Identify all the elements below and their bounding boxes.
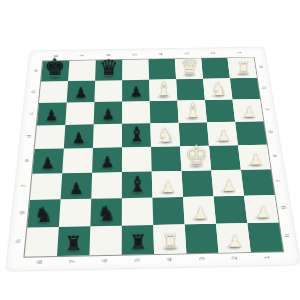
square-d4: ♞ [150, 123, 180, 147]
square-h2: ♟ [216, 223, 251, 253]
square-h7: ♜ [57, 226, 90, 256]
piece-black-rook-h7: ♜ [64, 231, 82, 255]
square-e4 [151, 146, 181, 171]
square-h8 [25, 227, 59, 257]
file-label-b-left: b [19, 87, 47, 97]
square-g1: ♟ [244, 195, 279, 223]
square-e2 [209, 145, 241, 170]
square-f3 [181, 170, 213, 197]
piece-white-knight-d4: ♞ [157, 124, 174, 146]
square-f1 [241, 169, 275, 196]
square-e5 [122, 147, 152, 172]
square-g8: ♞ [27, 199, 60, 227]
piece-white-pawn-f2: ♟ [221, 176, 235, 195]
square-g5 [122, 198, 153, 226]
piece-white-bishop-b4: ♝ [155, 77, 172, 100]
square-e6: ♟ [92, 147, 122, 172]
piece-white-pawn-f4: ♟ [160, 177, 175, 196]
square-g7 [59, 199, 91, 227]
piece-black-rook-h5: ♜ [128, 230, 146, 254]
rank-label-7-top: 7 [75, 46, 88, 66]
square-c5 [122, 101, 150, 124]
square-b6 [94, 80, 122, 102]
square-d6 [93, 124, 122, 148]
file-label-c-left: c [16, 108, 45, 119]
square-g3: ♟ [183, 196, 216, 224]
file-label-a-right: a [246, 62, 274, 72]
square-b2: ♞ [203, 78, 232, 100]
square-b4: ♝ [149, 79, 177, 101]
rank-label-2-top: 2 [206, 43, 220, 63]
square-d7: ♟ [64, 124, 94, 148]
piece-black-pawn-f7: ♟ [69, 179, 84, 198]
square-h1 [247, 222, 283, 252]
square-d2: ♟ [207, 122, 238, 146]
square-g4 [152, 197, 184, 225]
product-photo: 87654321 87654321 abcdefgh abcdefgh ♚♛♛♜… [0, 0, 300, 300]
piece-white-pawn-g1: ♟ [255, 202, 270, 222]
square-e3: ♚ [180, 146, 211, 171]
square-f2: ♟ [211, 170, 244, 197]
square-d5: ♝ [122, 123, 151, 147]
square-f4: ♟ [152, 171, 183, 198]
piece-white-rook-h4: ♜ [161, 229, 179, 253]
square-e8: ♟ [32, 148, 63, 173]
rank-label-5-top: 5 [128, 45, 140, 65]
piece-white-knight-b2: ♞ [210, 78, 227, 99]
piece-black-bishop-f5: ♝ [127, 171, 146, 197]
piece-white-pawn-g3: ♟ [193, 203, 208, 223]
square-g2 [214, 196, 248, 224]
file-label-a-left: a [21, 66, 49, 76]
rank-label-4-top: 4 [154, 44, 167, 64]
playing-area: ♚♛♛♜♟♟♝♞♟♟♝♟♟♝♞♟♟♟♚♟♟♝♟♟♞♞♟♟♜♜♜♟ [23, 57, 284, 258]
square-b5: ♟ [122, 80, 150, 102]
piece-black-bishop-d5: ♝ [127, 122, 145, 146]
square-e1: ♟ [238, 145, 271, 170]
square-g6: ♞ [90, 198, 122, 226]
square-h6 [89, 226, 121, 256]
piece-black-knight-g6: ♞ [96, 201, 115, 225]
square-h3 [185, 224, 219, 254]
piece-black-pawn-c6: ♟ [101, 106, 114, 124]
piece-white-bishop-c3: ♝ [184, 98, 202, 122]
square-c3: ♝ [177, 100, 207, 123]
square-h4: ♜ [153, 224, 186, 254]
piece-black-pawn-e6: ♟ [100, 153, 114, 172]
file-label-d-left: d [13, 131, 43, 142]
square-c7 [65, 102, 94, 125]
square-c2 [205, 99, 235, 122]
rank-label-6-top: 6 [102, 45, 114, 65]
piece-white-pawn-e1: ♟ [248, 150, 262, 169]
square-f8 [30, 173, 62, 200]
rank-label-1-top: 1 [232, 43, 246, 63]
piece-white-pawn-h2: ♟ [227, 231, 242, 251]
piece-black-pawn-b5: ♟ [129, 83, 142, 100]
square-c6: ♟ [94, 101, 122, 124]
piece-white-king-e3: ♚ [184, 140, 208, 170]
square-h5: ♜ [122, 225, 154, 255]
square-f5: ♝ [122, 172, 153, 199]
square-b7: ♟ [67, 81, 95, 103]
file-label-d-right: d [255, 126, 285, 137]
piece-black-pawn-c8: ♟ [44, 107, 57, 125]
file-label-b-right: b [249, 83, 278, 93]
piece-black-knight-g8: ♞ [33, 202, 52, 226]
piece-black-pawn-d7: ♟ [71, 129, 85, 147]
rank-label-8-top: 8 [49, 46, 62, 66]
file-label-c-right: c [252, 104, 281, 114]
chess-board: 87654321 87654321 abcdefgh abcdefgh ♚♛♛♜… [6, 47, 299, 270]
vinyl-mat: 87654321 87654321 abcdefgh abcdefgh ♚♛♛♜… [6, 47, 299, 270]
piece-black-pawn-b7: ♟ [74, 84, 87, 101]
square-e7 [62, 148, 93, 173]
square-f6 [91, 172, 122, 199]
piece-white-pawn-d2: ♟ [216, 127, 230, 145]
square-c4 [150, 100, 179, 123]
piece-black-pawn-e8: ♟ [40, 154, 54, 173]
rank-label-3-top: 3 [180, 44, 193, 64]
square-f7: ♟ [61, 173, 93, 200]
